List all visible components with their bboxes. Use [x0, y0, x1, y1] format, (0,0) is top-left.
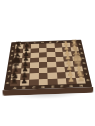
- product-photo-chess-set: { "game": "chess", "title": "Wooden fold…: [0, 0, 95, 126]
- coordinate-label: 1: [12, 46, 15, 48]
- coordinate-label: F: [56, 41, 58, 43]
- coordinate-label: A: [18, 42, 21, 44]
- coordinate-label: 8: [6, 82, 9, 85]
- coordinate-label: H: [71, 40, 74, 42]
- white-rook-piece: ♜: [77, 75, 85, 84]
- coordinate-label: B: [26, 42, 29, 44]
- square: [39, 57, 47, 62]
- chess-board: ♜♟♟♜♞♟♟♞♝♟♟♝♛♟♟♛♚♟♟♚♝♟♟♝♞♟♟♞♜♟♟♜ ABCDEFG…: [4, 40, 93, 90]
- coordinate-label: G: [64, 41, 67, 43]
- white-pawn-piece: ♟: [68, 76, 75, 84]
- chess-set-scene: ♜♟♟♜♞♟♟♞♝♟♟♝♛♟♟♛♚♟♟♚♝♟♟♝♞♟♟♞♜♟♟♜ ABCDEFG…: [7, 22, 88, 103]
- square: ♟: [19, 79, 29, 86]
- coordinate-label: 8: [86, 79, 89, 82]
- board-grid: ♜♟♟♜♞♟♟♞♝♟♟♝♛♟♟♛♚♟♟♚♝♟♟♝♞♟♟♞♜♟♟♜: [10, 42, 86, 86]
- black-rook-piece: ♜: [10, 77, 18, 86]
- black-pawn-piece: ♟: [20, 78, 27, 86]
- square: ♜: [75, 77, 86, 83]
- square: ♟: [66, 78, 76, 84]
- coordinate-label: E: [49, 41, 51, 43]
- coordinate-label: C: [34, 42, 36, 44]
- coordinate-label: D: [41, 41, 44, 43]
- coordinate-label: 1: [78, 43, 81, 45]
- coordinate-label: 7: [85, 73, 88, 76]
